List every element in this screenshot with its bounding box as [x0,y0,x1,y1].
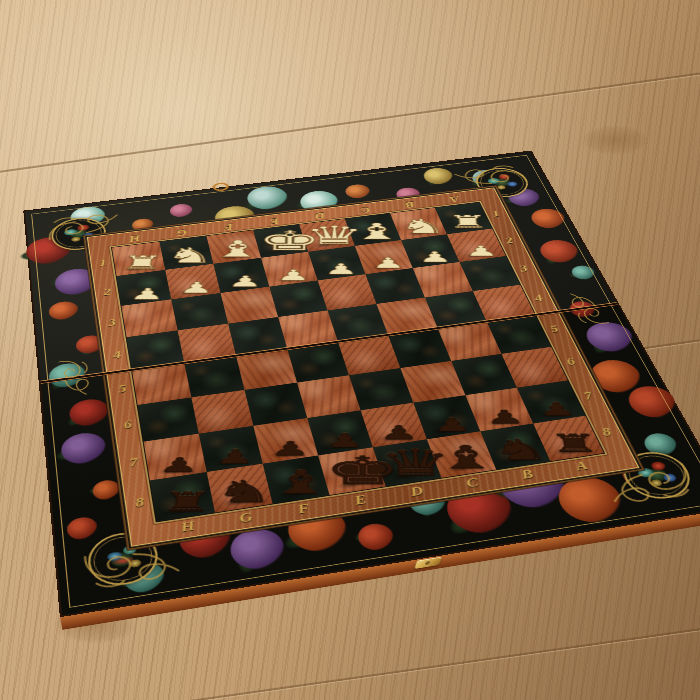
piece-shadow [263,446,304,462]
square-f6[interactable] [244,383,307,426]
black-queen[interactable]: ♛ [379,446,445,480]
black-pawn[interactable]: ♟ [473,408,538,425]
leaf [47,439,106,467]
black-pawn[interactable]: ♟ [145,456,212,475]
flower [66,515,98,541]
flower [48,361,87,389]
rank-label: 6 [112,405,143,445]
piece-shadow [318,438,359,454]
rank-label: 2 [94,276,122,309]
black-pawn[interactable]: ♟ [202,447,268,465]
leaf [58,518,95,545]
square-h2[interactable]: ♟ [117,270,172,306]
leaf [432,484,506,548]
flower [68,397,110,428]
flower [551,474,631,527]
square-c7[interactable]: ♟ [413,395,480,439]
square-d6[interactable] [349,368,413,410]
rank-label: 1 [90,248,117,279]
square-a6[interactable] [501,347,567,388]
flower [92,479,121,502]
piece-shadow [208,454,250,471]
square-h1[interactable]: ♜ [112,242,165,276]
square-c6[interactable] [400,361,465,403]
piece-shadow [372,430,413,446]
piece-shadow [151,462,193,479]
white-pawn[interactable]: ♟ [361,256,417,270]
black-pawn[interactable]: ♟ [420,416,484,433]
rank-label: 3 [98,306,126,341]
piece-shadow [479,414,520,430]
white-rook[interactable]: ♜ [113,254,171,271]
square-g7[interactable]: ♟ [199,426,263,472]
leaf [43,362,79,394]
piece-shadow [531,406,572,422]
square-h7[interactable]: ♟ [144,434,207,481]
leaf [230,529,267,581]
square-f7[interactable]: ♟ [253,418,318,464]
flower [60,431,108,467]
leaf [57,399,109,433]
piece-shadow [426,422,467,438]
black-pawn[interactable]: ♟ [367,424,431,442]
leaf [347,528,394,552]
scene: ♜♞♝♚♛♝♞♜♟♟♟♟♟♟♟♟♟♟♟♟♟♟♟♟♜♞♝♚♛♝♞♜ HHGGFFE… [0,0,700,700]
square-b6[interactable] [451,354,517,395]
piece-shadow [385,468,428,485]
clasp[interactable] [415,557,443,569]
black-pawn[interactable]: ♟ [313,431,377,449]
rank-label: 7 [118,442,150,485]
flower [227,526,289,574]
leaf [83,485,120,500]
flower [355,522,396,552]
square-e6[interactable] [297,375,361,418]
black-pawn[interactable]: ♟ [258,439,322,457]
white-pawn[interactable]: ♟ [313,262,369,276]
square-g6[interactable] [191,390,253,434]
square-b7[interactable]: ♟ [465,388,533,432]
white-pawn[interactable]: ♟ [118,287,177,301]
square-c8[interactable]: ♝ [427,431,496,478]
rank-label: 5 [107,370,137,408]
black-knight[interactable]: ♞ [210,478,278,506]
leaf [617,385,676,427]
wood-table-surface: { "game": "chess", "scene": "folding woo… [0,0,700,700]
